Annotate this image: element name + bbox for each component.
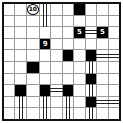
double-line-mark-vertical — [66, 96, 70, 109]
cell-c5r6[interactable] — [51, 62, 61, 73]
cell-c8r2[interactable] — [86, 16, 96, 27]
cell-c9r8[interactable] — [97, 85, 107, 96]
cell-c2r4[interactable] — [15, 39, 25, 50]
cell-c10r8[interactable] — [109, 85, 119, 96]
cell-c2r10[interactable] — [15, 108, 25, 119]
cell-c4r10[interactable] — [40, 108, 50, 119]
double-line-mark-vertical — [43, 15, 47, 28]
cell-c5r4[interactable] — [51, 39, 61, 50]
cell-c5r8[interactable] — [51, 85, 61, 96]
cell-c2r2[interactable] — [15, 16, 25, 27]
double-line-mark-vertical — [89, 84, 93, 97]
cell-c7r9[interactable] — [74, 97, 84, 108]
cell-c10r3[interactable] — [109, 27, 119, 38]
cell-c4r7[interactable] — [40, 74, 50, 85]
double-line-mark-vertical — [19, 96, 23, 109]
cell-c10r6[interactable] — [109, 62, 119, 73]
cell-c7r1[interactable] — [74, 4, 84, 15]
cell-c5r5[interactable] — [51, 50, 61, 61]
cell-c4r1[interactable] — [40, 4, 50, 15]
cell-c1r9[interactable] — [4, 97, 14, 108]
double-line-mark-horizontal — [96, 54, 108, 58]
cell-c5r2[interactable] — [51, 16, 61, 27]
cell-c7r6[interactable] — [74, 62, 84, 73]
cell-c2r1[interactable] — [15, 4, 25, 15]
cell-c7r8[interactable] — [74, 85, 84, 96]
cell-c5r3[interactable] — [51, 27, 61, 38]
cell-c6r4[interactable] — [63, 39, 73, 50]
double-line-mark-vertical — [43, 3, 47, 16]
cell-c1r3[interactable] — [4, 27, 14, 38]
cell-c8r9[interactable] — [86, 97, 96, 108]
cell-c9r10[interactable] — [97, 108, 107, 119]
cell-c3r6[interactable] — [27, 62, 39, 73]
cell-c7r3[interactable]: 5 — [74, 27, 84, 38]
cell-c10r10[interactable] — [109, 108, 119, 119]
cell-c9r2[interactable] — [97, 16, 107, 27]
cell-c8r3[interactable] — [86, 27, 96, 38]
cell-c10r1[interactable] — [109, 4, 119, 15]
cell-c8r5[interactable] — [86, 50, 96, 61]
cell-c6r5[interactable] — [63, 50, 73, 61]
cell-c3r4[interactable] — [27, 39, 39, 50]
cell-c3r5[interactable] — [27, 50, 39, 61]
cell-c3r10[interactable] — [27, 108, 39, 119]
cell-c2r9[interactable] — [15, 97, 25, 108]
cell-c6r1[interactable] — [63, 4, 73, 15]
cell-c4r6[interactable] — [40, 62, 50, 73]
cell-c3r3[interactable] — [27, 27, 39, 38]
double-line-mark-vertical — [43, 96, 47, 109]
cell-c10r5[interactable] — [109, 50, 119, 61]
cell-c1r2[interactable] — [4, 16, 14, 27]
double-line-mark-vertical — [43, 107, 47, 120]
cell-c8r10[interactable] — [86, 108, 96, 119]
cell-c3r8[interactable] — [27, 85, 39, 96]
cell-c6r6[interactable] — [63, 62, 73, 73]
cell-c1r10[interactable] — [4, 108, 14, 119]
double-line-mark-horizontal — [96, 100, 108, 104]
cell-c8r7[interactable] — [86, 74, 96, 85]
cell-c2r3[interactable] — [15, 27, 25, 38]
cell-c4r5[interactable] — [40, 50, 50, 61]
double-line-mark-vertical — [66, 107, 70, 120]
cell-c3r9[interactable] — [27, 97, 39, 108]
cell-c6r2[interactable] — [63, 16, 73, 27]
double-line-mark-vertical — [89, 107, 93, 120]
cell-c2r7[interactable] — [15, 74, 25, 85]
cell-c6r9[interactable] — [63, 97, 73, 108]
cell-c5r10[interactable] — [51, 108, 61, 119]
cell-c3r7[interactable] — [27, 74, 39, 85]
cell-c1r7[interactable] — [4, 74, 14, 85]
cell-c2r6[interactable] — [15, 62, 25, 73]
double-line-mark-horizontal — [50, 88, 62, 92]
double-line-mark-horizontal — [108, 54, 120, 58]
double-line-mark-horizontal — [85, 30, 97, 34]
cell-c7r7[interactable] — [74, 74, 84, 85]
cell-c7r2[interactable] — [74, 16, 84, 27]
cell-c7r4[interactable] — [74, 39, 84, 50]
double-line-mark-vertical — [19, 107, 23, 120]
cell-c10r9[interactable] — [109, 97, 119, 108]
cell-c1r8[interactable] — [4, 85, 14, 96]
cell-c8r1[interactable] — [86, 4, 96, 15]
cell-c10r7[interactable] — [109, 74, 119, 85]
cell-c6r8[interactable] — [63, 85, 73, 96]
cell-c1r5[interactable] — [4, 50, 14, 61]
cell-c3r2[interactable] — [27, 16, 39, 27]
double-line-mark-horizontal — [108, 100, 120, 104]
cell-c9r6[interactable] — [97, 62, 107, 73]
cell-c4r2[interactable] — [40, 16, 50, 27]
cell-c5r7[interactable] — [51, 74, 61, 85]
cell-c9r3[interactable]: 5 — [97, 27, 107, 38]
cell-c9r7[interactable] — [97, 74, 107, 85]
cell-c6r3[interactable] — [63, 27, 73, 38]
cell-c8r6[interactable] — [86, 62, 96, 73]
cell-c7r5[interactable] — [74, 50, 84, 61]
cell-c9r4[interactable] — [97, 39, 107, 50]
circled-clue: 10 — [27, 4, 39, 15]
cell-c5r9[interactable] — [51, 97, 61, 108]
cell-c5r1[interactable] — [51, 4, 61, 15]
cell-c4r8[interactable] — [40, 85, 50, 96]
cell-c8r4[interactable] — [86, 39, 96, 50]
cell-c4r3[interactable] — [40, 27, 50, 38]
cell-c10r4[interactable] — [109, 39, 119, 50]
cell-c1r6[interactable] — [4, 62, 14, 73]
cell-c6r7[interactable] — [63, 74, 73, 85]
puzzle-board: 10559 — [2, 2, 121, 121]
cell-c4r4[interactable]: 9 — [40, 39, 50, 50]
cell-c2r5[interactable] — [15, 50, 25, 61]
cell-c4r9[interactable] — [40, 97, 50, 108]
double-line-mark-vertical — [89, 61, 93, 74]
cell-c1r4[interactable] — [4, 39, 14, 50]
cell-c9r5[interactable] — [97, 50, 107, 61]
cell-c1r1[interactable] — [4, 4, 14, 15]
cell-c9r9[interactable] — [97, 97, 107, 108]
cell-c3r1[interactable]: 10 — [27, 4, 39, 15]
cell-c2r8[interactable] — [15, 85, 25, 96]
cell-c8r8[interactable] — [86, 85, 96, 96]
cell-c10r2[interactable] — [109, 16, 119, 27]
cell-c6r10[interactable] — [63, 108, 73, 119]
cell-c9r1[interactable] — [97, 4, 107, 15]
cell-c7r10[interactable] — [74, 108, 84, 119]
